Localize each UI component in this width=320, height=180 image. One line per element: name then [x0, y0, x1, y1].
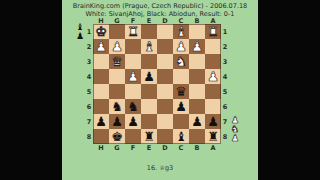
rank-label-right-2: 2: [221, 39, 229, 54]
file-label-bottom-e: E: [141, 144, 157, 151]
rank-label-left-8: 8: [85, 129, 93, 144]
square-e5[interactable]: [141, 84, 157, 99]
white-pawn: ♟: [231, 134, 239, 143]
rank-label-right-6: 6: [221, 99, 229, 114]
square-g8[interactable]: ♚: [109, 129, 125, 144]
square-h5[interactable]: [93, 84, 109, 99]
rank-label-left-6: 6: [85, 99, 93, 114]
black-knight: ♞: [127, 100, 139, 113]
square-f1[interactable]: ♜: [125, 24, 141, 39]
move-caption: 16. ♕g3: [62, 165, 258, 172]
rank-label-left-5: 5: [85, 84, 93, 99]
square-h8[interactable]: [93, 129, 109, 144]
square-e1[interactable]: [141, 24, 157, 39]
square-a2[interactable]: [205, 39, 221, 54]
file-label-bottom-c: C: [173, 144, 189, 151]
black-queen: ♛: [175, 85, 187, 98]
rank-label-right-8: 8: [221, 129, 229, 144]
rank-label-right-3: 3: [221, 54, 229, 69]
white-knight: ♞: [175, 55, 187, 68]
square-h3[interactable]: [93, 54, 109, 69]
square-d4[interactable]: [157, 69, 173, 84]
rank-label-right-1: 1: [221, 24, 229, 39]
white-queen: ♛: [111, 55, 123, 68]
square-h6[interactable]: [93, 99, 109, 114]
square-b5[interactable]: [189, 84, 205, 99]
square-f8[interactable]: [125, 129, 141, 144]
captured-black-tray: ♝♟: [74, 23, 86, 41]
white-bishop: ♝: [175, 25, 187, 38]
file-label-h: H: [93, 17, 109, 24]
file-label-bottom-g: G: [109, 144, 125, 151]
file-label-bottom-b: B: [189, 144, 205, 151]
square-f3[interactable]: [125, 54, 141, 69]
file-label-bottom-h: H: [93, 144, 109, 151]
black-rook: ♜: [207, 130, 219, 143]
square-c3[interactable]: ♞: [173, 54, 189, 69]
chess-board: HGFEDCBA1♚♜♝♜12♟♟♝♟♟23♛♞34♟♟♟45♛56♞♞♟67♟…: [85, 17, 229, 151]
black-pawn: ♟: [207, 115, 219, 128]
square-g3[interactable]: ♛: [109, 54, 125, 69]
square-g6[interactable]: ♞: [109, 99, 125, 114]
square-d6[interactable]: [157, 99, 173, 114]
square-g1[interactable]: [109, 24, 125, 39]
file-label-a: A: [205, 17, 221, 24]
square-d5[interactable]: [157, 84, 173, 99]
white-king: ♚: [95, 25, 107, 38]
square-h1[interactable]: ♚: [93, 24, 109, 39]
white-rook: ♜: [207, 25, 219, 38]
square-f6[interactable]: ♞: [125, 99, 141, 114]
square-d8[interactable]: [157, 129, 173, 144]
black-pawn: ♟: [175, 100, 187, 113]
rank-label-left-2: 2: [85, 39, 93, 54]
square-d2[interactable]: [157, 39, 173, 54]
square-b3[interactable]: [189, 54, 205, 69]
square-f5[interactable]: [125, 84, 141, 99]
corner-bottom-left: [85, 144, 93, 151]
black-rook: ♜: [143, 130, 155, 143]
square-b2[interactable]: ♟: [189, 39, 205, 54]
black-bishop: ♝: [175, 130, 187, 143]
square-a6[interactable]: [205, 99, 221, 114]
square-d7[interactable]: [157, 114, 173, 129]
square-g5[interactable]: [109, 84, 125, 99]
square-e6[interactable]: [141, 99, 157, 114]
square-a7[interactable]: ♟: [205, 114, 221, 129]
rank-label-left-4: 4: [85, 69, 93, 84]
square-h4[interactable]: [93, 69, 109, 84]
corner-top-right: [221, 17, 229, 24]
square-b8[interactable]: [189, 129, 205, 144]
square-h2[interactable]: ♟: [93, 39, 109, 54]
square-a4[interactable]: ♟: [205, 69, 221, 84]
white-bishop: ♝: [143, 40, 155, 53]
file-label-g: G: [109, 17, 125, 24]
square-e8[interactable]: ♜: [141, 129, 157, 144]
file-label-bottom-a: A: [205, 144, 221, 151]
black-pawn: ♟: [95, 115, 107, 128]
square-g4[interactable]: [109, 69, 125, 84]
corner-bottom-right: [221, 144, 229, 151]
square-c6[interactable]: ♟: [173, 99, 189, 114]
white-pawn: ♟: [111, 40, 123, 53]
square-c2[interactable]: ♟: [173, 39, 189, 54]
square-e4[interactable]: ♟: [141, 69, 157, 84]
file-label-e: E: [141, 17, 157, 24]
square-a8[interactable]: ♜: [205, 129, 221, 144]
square-a5[interactable]: [205, 84, 221, 99]
rank-label-left-3: 3: [85, 54, 93, 69]
white-rook: ♜: [127, 25, 139, 38]
square-h7[interactable]: ♟: [93, 114, 109, 129]
black-pawn: ♟: [76, 32, 84, 41]
square-b4[interactable]: [189, 69, 205, 84]
square-f2[interactable]: [125, 39, 141, 54]
square-e3[interactable]: [141, 54, 157, 69]
square-d1[interactable]: [157, 24, 173, 39]
black-pawn: ♟: [111, 115, 123, 128]
white-pawn: ♟: [127, 70, 139, 83]
square-c8[interactable]: ♝: [173, 129, 189, 144]
file-label-d: D: [157, 17, 173, 24]
square-d3[interactable]: [157, 54, 173, 69]
corner-top-left: [85, 17, 93, 24]
file-label-bottom-f: F: [125, 144, 141, 151]
white-pawn: ♟: [191, 40, 203, 53]
white-pawn: ♟: [207, 70, 219, 83]
rank-label-left-1: 1: [85, 24, 93, 39]
white-pawn: ♟: [95, 40, 107, 53]
square-f4[interactable]: ♟: [125, 69, 141, 84]
square-c4[interactable]: [173, 69, 189, 84]
rank-label-right-4: 4: [221, 69, 229, 84]
black-pawn: ♟: [143, 70, 155, 83]
file-label-f: F: [125, 17, 141, 24]
black-knight: ♞: [111, 100, 123, 113]
black-pawn: ♟: [127, 115, 139, 128]
white-pawn: ♟: [175, 40, 187, 53]
square-g2[interactable]: ♟: [109, 39, 125, 54]
file-label-bottom-d: D: [157, 144, 173, 151]
square-e7[interactable]: [141, 114, 157, 129]
square-e2[interactable]: ♝: [141, 39, 157, 54]
square-b7[interactable]: ♟: [189, 114, 205, 129]
square-c1[interactable]: ♝: [173, 24, 189, 39]
square-a3[interactable]: [205, 54, 221, 69]
square-f7[interactable]: ♟: [125, 114, 141, 129]
captured-white-tray: ♟♞♟: [229, 116, 241, 143]
square-a1[interactable]: ♜: [205, 24, 221, 39]
square-b1[interactable]: [189, 24, 205, 39]
black-pawn: ♟: [191, 115, 203, 128]
rank-label-right-5: 5: [221, 84, 229, 99]
square-b6[interactable]: [189, 99, 205, 114]
square-c7[interactable]: [173, 114, 189, 129]
rank-label-right-7: 7: [221, 114, 229, 129]
rank-label-left-7: 7: [85, 114, 93, 129]
thumbnail-stage: BrainKing.com (Prague, Czech Republic) -…: [0, 0, 320, 180]
game-title: BrainKing.com (Prague, Czech Republic) -…: [62, 3, 258, 10]
file-label-b: B: [189, 17, 205, 24]
file-label-c: C: [173, 17, 189, 24]
black-king: ♚: [111, 130, 123, 143]
square-c5[interactable]: ♛: [173, 84, 189, 99]
square-g7[interactable]: ♟: [109, 114, 125, 129]
